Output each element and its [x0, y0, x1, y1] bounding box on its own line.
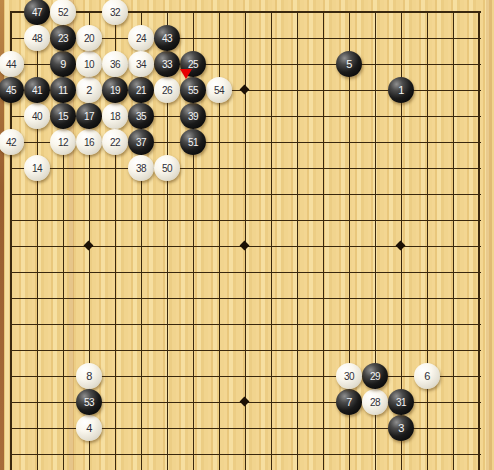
stone-9: 9	[50, 51, 76, 77]
grid-line-h-13	[10, 324, 481, 325]
stone-34: 34	[128, 51, 154, 77]
grid-line-h-12	[10, 298, 481, 299]
stone-23: 23	[50, 25, 76, 51]
stone-15: 15	[50, 103, 76, 129]
stone-5: 5	[336, 51, 362, 77]
stone-18: 18	[102, 103, 128, 129]
stone-19: 19	[102, 77, 128, 103]
stone-30: 30	[336, 363, 362, 389]
go-board[interactable]: 1234567891011121415161718192021222324252…	[0, 0, 494, 470]
stone-2: 2	[76, 77, 102, 103]
stone-47: 47	[24, 0, 50, 25]
stone-21: 21	[128, 77, 154, 103]
stone-38: 38	[128, 155, 154, 181]
stone-52: 52	[50, 0, 76, 25]
stone-41: 41	[24, 77, 50, 103]
stone-3: 3	[388, 415, 414, 441]
stone-53: 53	[76, 389, 102, 415]
star-point	[84, 241, 94, 251]
last-move-marker	[180, 69, 192, 79]
grid-line-v-17	[427, 11, 428, 470]
stone-24: 24	[128, 25, 154, 51]
star-point	[396, 241, 406, 251]
stone-17: 17	[76, 103, 102, 129]
stone-43: 43	[154, 25, 180, 51]
grid-line-h-11	[10, 272, 481, 273]
star-point	[240, 241, 250, 251]
stone-40: 40	[24, 103, 50, 129]
go-diagram: 1234567891011121415161718192021222324252…	[0, 0, 494, 470]
stone-28: 28	[362, 389, 388, 415]
stone-11: 11	[50, 77, 76, 103]
stone-32: 32	[102, 0, 128, 25]
stone-37: 37	[128, 129, 154, 155]
stone-50: 50	[154, 155, 180, 181]
stone-54: 54	[206, 77, 232, 103]
star-point	[240, 397, 250, 407]
stone-33: 33	[154, 51, 180, 77]
stone-1: 1	[388, 77, 414, 103]
stone-7: 7	[336, 389, 362, 415]
stone-26: 26	[154, 77, 180, 103]
stone-8: 8	[76, 363, 102, 389]
stone-51: 51	[180, 129, 206, 155]
stone-36: 36	[102, 51, 128, 77]
stone-44: 44	[0, 51, 24, 77]
stone-22: 22	[102, 129, 128, 155]
stone-29: 29	[362, 363, 388, 389]
stone-10: 10	[76, 51, 102, 77]
stone-42: 42	[0, 129, 24, 155]
stone-35: 35	[128, 103, 154, 129]
grid-line-v-19	[478, 11, 480, 470]
grid-line-h-18	[10, 454, 481, 455]
stone-16: 16	[76, 129, 102, 155]
stone-39: 39	[180, 103, 206, 129]
stone-45: 45	[0, 77, 24, 103]
stone-48: 48	[24, 25, 50, 51]
stone-14: 14	[24, 155, 50, 181]
stone-4: 4	[76, 415, 102, 441]
stone-6: 6	[414, 363, 440, 389]
stone-55: 55	[180, 77, 206, 103]
grid-line-h-14	[10, 350, 481, 351]
stone-31: 31	[388, 389, 414, 415]
star-point	[240, 85, 250, 95]
stone-12: 12	[50, 129, 76, 155]
stone-20: 20	[76, 25, 102, 51]
grid-line-v-18	[453, 11, 454, 470]
